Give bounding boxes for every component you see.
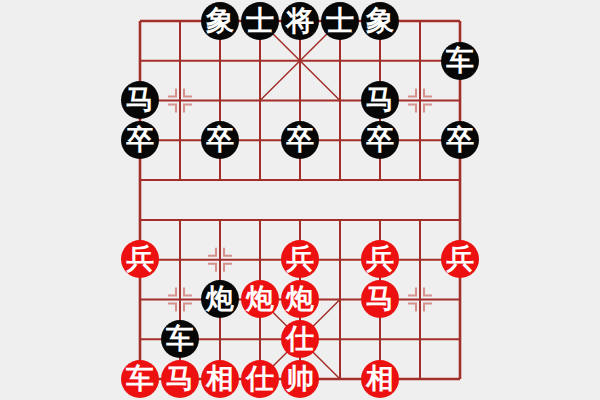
- piece-black-general[interactable]: 将: [281, 2, 319, 40]
- piece-red-elephant[interactable]: 相: [361, 360, 399, 398]
- xiangqi-board[interactable]: 象士将士象车马马卒卒卒卒卒兵兵兵兵炮炮炮马车仕车马相仕帅相: [120, 1, 480, 399]
- piece-black-elephant[interactable]: 象: [361, 2, 399, 40]
- piece-red-elephant[interactable]: 相: [201, 360, 239, 398]
- xiangqi-board-screenshot: 象士将士象车马马卒卒卒卒卒兵兵兵兵炮炮炮马车仕车马相仕帅相: [0, 0, 600, 400]
- piece-red-horse[interactable]: 马: [361, 280, 399, 318]
- piece-red-pawn[interactable]: 兵: [121, 240, 159, 278]
- piece-black-chariot[interactable]: 车: [161, 320, 199, 358]
- piece-black-advisor[interactable]: 士: [321, 2, 359, 40]
- piece-red-cannon[interactable]: 炮: [241, 280, 279, 318]
- piece-black-cannon[interactable]: 炮: [201, 280, 239, 318]
- piece-black-pawn[interactable]: 卒: [441, 121, 479, 159]
- piece-red-general[interactable]: 帅: [281, 360, 319, 398]
- piece-red-chariot[interactable]: 车: [121, 360, 159, 398]
- piece-black-pawn[interactable]: 卒: [361, 121, 399, 159]
- piece-red-advisor[interactable]: 仕: [281, 320, 319, 358]
- piece-black-pawn[interactable]: 卒: [121, 121, 159, 159]
- piece-black-advisor[interactable]: 士: [241, 2, 279, 40]
- piece-red-pawn[interactable]: 兵: [361, 240, 399, 278]
- piece-red-cannon[interactable]: 炮: [281, 280, 319, 318]
- piece-black-pawn[interactable]: 卒: [201, 121, 239, 159]
- piece-red-advisor[interactable]: 仕: [241, 360, 279, 398]
- piece-red-horse[interactable]: 马: [161, 360, 199, 398]
- piece-black-chariot[interactable]: 车: [441, 42, 479, 80]
- piece-red-pawn[interactable]: 兵: [281, 240, 319, 278]
- piece-black-pawn[interactable]: 卒: [281, 121, 319, 159]
- piece-red-pawn[interactable]: 兵: [441, 240, 479, 278]
- piece-black-horse[interactable]: 马: [121, 81, 159, 119]
- piece-black-elephant[interactable]: 象: [201, 2, 239, 40]
- piece-black-horse[interactable]: 马: [361, 81, 399, 119]
